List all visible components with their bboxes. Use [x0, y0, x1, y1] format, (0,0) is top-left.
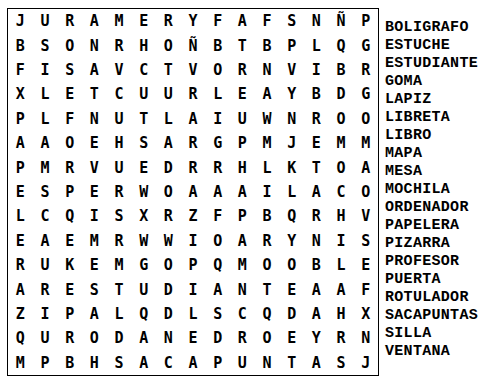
grid-cell-r14c2[interactable]: U [33, 326, 58, 350]
word-list-item: LIBRETA [385, 109, 478, 127]
grid-cell-r3c15[interactable]: R [353, 58, 378, 82]
grid-cell-r6c7[interactable]: A [156, 131, 181, 155]
grid-cell-r14c3[interactable]: R [57, 326, 82, 350]
grid-cell-r13c12[interactable]: D [279, 302, 304, 326]
grid-cell-r14c8[interactable]: E [181, 326, 206, 350]
grid-cell-r2c3[interactable]: O [57, 33, 82, 57]
word-list-item: MESA [385, 163, 478, 181]
word-list-item: ESTUDIANTE [385, 55, 478, 73]
grid-cell-r2c12[interactable]: P [279, 33, 304, 57]
grid-cell-r1c1[interactable]: J [8, 9, 33, 33]
grid-cell-r5c2[interactable]: L [33, 107, 58, 131]
grid-cell-r4c9[interactable]: L [205, 82, 230, 106]
grid-cell-r10c9[interactable]: O [205, 229, 230, 253]
grid-cell-r12c5[interactable]: T [107, 277, 132, 301]
grid-cell-r14c10[interactable]: R [230, 326, 255, 350]
grid-cell-r8c6[interactable]: W [131, 180, 156, 204]
grid-cell-r7c5[interactable]: U [107, 155, 132, 179]
grid-cell-r6c11[interactable]: M [255, 131, 280, 155]
grid-cell-r12c8[interactable]: I [181, 277, 206, 301]
grid-cell-r7c14[interactable]: O [329, 155, 354, 179]
grid-cell-r4c5[interactable]: C [107, 82, 132, 106]
word-list-item: LIBRO [385, 127, 478, 145]
grid-cell-r2c14[interactable]: Q [329, 33, 354, 57]
grid-cell-r3c6[interactable]: C [131, 58, 156, 82]
grid-cell-r4c7[interactable]: U [156, 82, 181, 106]
grid-cell-r13c10[interactable]: C [230, 302, 255, 326]
grid-cell-r6c6[interactable]: S [131, 131, 156, 155]
grid-cell-r14c9[interactable]: D [205, 326, 230, 350]
grid-cell-r15c10[interactable]: U [230, 351, 255, 375]
grid-cell-r6c8[interactable]: R [181, 131, 206, 155]
grid-cell-r1c14[interactable]: Ñ [329, 9, 354, 33]
grid-cell-r8c10[interactable]: A [230, 180, 255, 204]
grid-cell-r3c5[interactable]: V [107, 58, 132, 82]
grid-cell-r14c5[interactable]: D [107, 326, 132, 350]
grid-cell-r13c2[interactable]: I [33, 302, 58, 326]
grid-cell-r10c1[interactable]: E [8, 229, 33, 253]
grid-cell-r9c5[interactable]: S [107, 204, 132, 228]
grid-cell-r2c2[interactable]: S [33, 33, 58, 57]
grid-cell-r13c1[interactable]: Z [8, 302, 33, 326]
word-list: BOLIGRAFOESTUCHEESTUDIANTEGOMALAPIZLIBRE… [385, 19, 478, 361]
grid-cell-r9c12[interactable]: Q [279, 204, 304, 228]
grid-cell-r13c11[interactable]: Q [255, 302, 280, 326]
grid-cell-r9c14[interactable]: H [329, 204, 354, 228]
grid-cell-r2c15[interactable]: G [353, 33, 378, 57]
grid-cell-r3c7[interactable]: T [156, 58, 181, 82]
word-list-item: LAPIZ [385, 91, 478, 109]
grid-cell-r2c4[interactable]: N [82, 33, 107, 57]
grid-cell-r11c6[interactable]: G [131, 253, 156, 277]
grid-cell-r3c10[interactable]: R [230, 58, 255, 82]
grid-cell-r11c9[interactable]: Q [205, 253, 230, 277]
grid-cell-r5c11[interactable]: W [255, 107, 280, 131]
grid-cell-r3c14[interactable]: B [329, 58, 354, 82]
grid-cell-r10c12[interactable]: Y [279, 229, 304, 253]
grid-cell-r12c7[interactable]: D [156, 277, 181, 301]
grid-cell-r1c10[interactable]: A [230, 9, 255, 33]
grid-cell-r8c11[interactable]: I [255, 180, 280, 204]
grid-cell-r11c12[interactable]: O [279, 253, 304, 277]
grid-cell-r13c14[interactable]: H [329, 302, 354, 326]
word-list-item: SILLA [385, 325, 478, 343]
grid-cell-r2c5[interactable]: R [107, 33, 132, 57]
word-list-item: PAPELERA [385, 217, 478, 235]
grid-cell-r10c3[interactable]: E [57, 229, 82, 253]
grid-cell-r12c4[interactable]: S [82, 277, 107, 301]
word-list-item: VENTANA [385, 343, 478, 361]
grid-cell-r9c15[interactable]: V [353, 204, 378, 228]
grid-cell-r5c4[interactable]: N [82, 107, 107, 131]
grid-cell-r8c2[interactable]: S [33, 180, 58, 204]
grid-cell-r13c15[interactable]: X [353, 302, 378, 326]
grid-cell-r14c6[interactable]: A [131, 326, 156, 350]
grid-cell-r9c3[interactable]: Q [57, 204, 82, 228]
word-list-item: ORDENADOR [385, 199, 478, 217]
word-list-item: PROFESOR [385, 253, 478, 271]
grid-cell-r13c6[interactable]: Q [131, 302, 156, 326]
grid-cell-r5c8[interactable]: A [181, 107, 206, 131]
grid-cell-r1c3[interactable]: R [57, 9, 82, 33]
grid-cell-r8c15[interactable]: O [353, 180, 378, 204]
grid-cell-r6c4[interactable]: E [82, 131, 107, 155]
grid-cell-r10c14[interactable]: I [329, 229, 354, 253]
grid-cell-r7c4[interactable]: V [82, 155, 107, 179]
grid-cell-r12c1[interactable]: A [8, 277, 33, 301]
grid-cell-r8c13[interactable]: A [304, 180, 329, 204]
grid-cell-r9c11[interactable]: B [255, 204, 280, 228]
grid-cell-r2c13[interactable]: L [304, 33, 329, 57]
grid-cell-r10c5[interactable]: R [107, 229, 132, 253]
word-list-item: GOMA [385, 73, 478, 91]
grid-cell-r5c12[interactable]: N [279, 107, 304, 131]
grid-cell-r7c2[interactable]: M [33, 155, 58, 179]
grid-cell-r3c11[interactable]: N [255, 58, 280, 82]
grid-cell-r7c8[interactable]: R [181, 155, 206, 179]
grid-cell-r1c8[interactable]: Y [181, 9, 206, 33]
grid-cell-r11c15[interactable]: E [353, 253, 378, 277]
grid-cell-r6c10[interactable]: P [230, 131, 255, 155]
grid-cell-r12c6[interactable]: U [131, 277, 156, 301]
grid-cell-r8c14[interactable]: C [329, 180, 354, 204]
grid-cell-r12c15[interactable]: F [353, 277, 378, 301]
grid-cell-r5c15[interactable]: O [353, 107, 378, 131]
grid-cell-r6c2[interactable]: A [33, 131, 58, 155]
grid-cell-r7c12[interactable]: K [279, 155, 304, 179]
grid-cell-r2c8[interactable]: Ñ [181, 33, 206, 57]
grid-cell-r15c14[interactable]: S [329, 351, 354, 375]
grid-cell-r13c8[interactable]: L [181, 302, 206, 326]
word-list-item: SACAPUNTAS [385, 307, 478, 325]
grid-cell-r5c10[interactable]: U [230, 107, 255, 131]
grid-cell-r14c1[interactable]: Q [8, 326, 33, 350]
grid-cell-r5c7[interactable]: L [156, 107, 181, 131]
grid-cell-r10c7[interactable]: W [156, 229, 181, 253]
grid-cell-r5c13[interactable]: R [304, 107, 329, 131]
grid-cell-r11c7[interactable]: O [156, 253, 181, 277]
grid-cell-r1c5[interactable]: M [107, 9, 132, 33]
grid-cell-r6c5[interactable]: H [107, 131, 132, 155]
grid-cell-r15c1[interactable]: M [8, 351, 33, 375]
grid-cell-r12c9[interactable]: A [205, 277, 230, 301]
grid-cell-r11c10[interactable]: M [230, 253, 255, 277]
grid-cell-r8c12[interactable]: L [279, 180, 304, 204]
grid-cell-r2c6[interactable]: H [131, 33, 156, 57]
grid-cell-r5c1[interactable]: P [8, 107, 33, 131]
grid-cell-r15c5[interactable]: S [107, 351, 132, 375]
grid-cell-r15c7[interactable]: C [156, 351, 181, 375]
grid-cell-r8c8[interactable]: A [181, 180, 206, 204]
grid-cell-r4c1[interactable]: X [8, 82, 33, 106]
grid-cell-r7c15[interactable]: A [353, 155, 378, 179]
grid-cell-r2c7[interactable]: O [156, 33, 181, 57]
grid-cell-r10c4[interactable]: M [82, 229, 107, 253]
grid-cell-r13c9[interactable]: S [205, 302, 230, 326]
grid-cell-r9c7[interactable]: R [156, 204, 181, 228]
grid-cell-r4c3[interactable]: E [57, 82, 82, 106]
grid-cell-r15c13[interactable]: A [304, 351, 329, 375]
grid-cell-r15c6[interactable]: A [131, 351, 156, 375]
grid-cell-r11c1[interactable]: R [8, 253, 33, 277]
grid-cell-r4c4[interactable]: T [82, 82, 107, 106]
grid-cell-r10c2[interactable]: A [33, 229, 58, 253]
word-list-item: MAPA [385, 145, 478, 163]
word-list-item: PUERTA [385, 271, 478, 289]
grid-cell-r10c15[interactable]: S [353, 229, 378, 253]
grid-cell-r11c8[interactable]: P [181, 253, 206, 277]
grid-cell-r3c8[interactable]: V [181, 58, 206, 82]
word-list-item: ROTULADOR [385, 289, 478, 307]
grid-cell-r3c3[interactable]: S [57, 58, 82, 82]
grid-cell-r1c13[interactable]: N [304, 9, 329, 33]
grid-cell-r4c8[interactable]: R [181, 82, 206, 106]
grid-cell-r15c9[interactable]: P [205, 351, 230, 375]
grid-cell-r13c7[interactable]: D [156, 302, 181, 326]
grid-cell-r1c2[interactable]: U [33, 9, 58, 33]
grid-cell-r14c13[interactable]: Y [304, 326, 329, 350]
grid-cell-r6c14[interactable]: M [329, 131, 354, 155]
grid-cell-r12c14[interactable]: A [329, 277, 354, 301]
grid-cell-r11c4[interactable]: E [82, 253, 107, 277]
grid-cell-r5c6[interactable]: T [131, 107, 156, 131]
grid-cell-r4c2[interactable]: L [33, 82, 58, 106]
grid-cell-r2c9[interactable]: B [205, 33, 230, 57]
grid-cell-r14c14[interactable]: R [329, 326, 354, 350]
grid-cell-r9c8[interactable]: Z [181, 204, 206, 228]
grid-cell-r11c14[interactable]: L [329, 253, 354, 277]
grid-cell-r9c13[interactable]: R [304, 204, 329, 228]
grid-cell-r4c15[interactable]: G [353, 82, 378, 106]
grid-cell-r15c4[interactable]: H [82, 351, 107, 375]
grid-cell-r11c13[interactable]: B [304, 253, 329, 277]
grid-cell-r3c9[interactable]: O [205, 58, 230, 82]
grid-cell-r11c2[interactable]: U [33, 253, 58, 277]
grid-cell-r13c3[interactable]: P [57, 302, 82, 326]
grid-cell-r15c2[interactable]: P [33, 351, 58, 375]
grid-cell-r12c12[interactable]: E [279, 277, 304, 301]
grid-cell-r10c11[interactable]: R [255, 229, 280, 253]
grid-cell-r3c13[interactable]: I [304, 58, 329, 82]
grid-cell-r14c7[interactable]: N [156, 326, 181, 350]
grid-cell-r15c3[interactable]: B [57, 351, 82, 375]
grid-cell-r4c14[interactable]: D [329, 82, 354, 106]
grid-cell-r8c9[interactable]: A [205, 180, 230, 204]
grid-cell-r15c15[interactable]: J [353, 351, 378, 375]
grid-cell-r15c12[interactable]: T [279, 351, 304, 375]
grid-cell-r1c4[interactable]: A [82, 9, 107, 33]
grid-cell-r6c12[interactable]: J [279, 131, 304, 155]
grid-cell-r12c3[interactable]: E [57, 277, 82, 301]
grid-cell-r4c11[interactable]: A [255, 82, 280, 106]
grid-cell-r7c3[interactable]: R [57, 155, 82, 179]
grid-cell-r9c1[interactable]: L [8, 204, 33, 228]
word-list-item: PIZARRA [385, 235, 478, 253]
grid-cell-r4c10[interactable]: E [230, 82, 255, 106]
grid-cell-r13c4[interactable]: A [82, 302, 107, 326]
grid-cell-r7c1[interactable]: P [8, 155, 33, 179]
grid-cell-r6c3[interactable]: O [57, 131, 82, 155]
grid-cell-r5c3[interactable]: F [57, 107, 82, 131]
grid-cell-r7c7[interactable]: D [156, 155, 181, 179]
grid-cell-r12c11[interactable]: T [255, 277, 280, 301]
grid-cell-r14c15[interactable]: N [353, 326, 378, 350]
grid-cell-r3c1[interactable]: F [8, 58, 33, 82]
grid-cell-r9c9[interactable]: F [205, 204, 230, 228]
grid-cell-r8c3[interactable]: P [57, 180, 82, 204]
grid-cell-r7c9[interactable]: R [205, 155, 230, 179]
grid-cell-r12c10[interactable]: N [230, 277, 255, 301]
grid-cell-r14c4[interactable]: O [82, 326, 107, 350]
grid-cell-r2c11[interactable]: B [255, 33, 280, 57]
grid-cell-r12c13[interactable]: A [304, 277, 329, 301]
wordsearch-grid: JURAMERYFAFSNÑPBSONRHOÑBTBPLQGFISAVCTVOR… [7, 8, 379, 376]
grid-cell-r6c15[interactable]: M [353, 131, 378, 155]
grid-cell-r15c8[interactable]: A [181, 351, 206, 375]
grid-cell-r9c4[interactable]: I [82, 204, 107, 228]
grid-cell-r9c10[interactable]: P [230, 204, 255, 228]
grid-cell-r14c12[interactable]: E [279, 326, 304, 350]
grid-cell-r3c4[interactable]: A [82, 58, 107, 82]
grid-cell-r3c12[interactable]: V [279, 58, 304, 82]
grid-cell-r6c1[interactable]: A [8, 131, 33, 155]
grid-cell-r4c13[interactable]: B [304, 82, 329, 106]
word-list-item: ESTUCHE [385, 37, 478, 55]
grid-cell-r9c6[interactable]: X [131, 204, 156, 228]
grid-cell-r11c3[interactable]: K [57, 253, 82, 277]
grid-cell-r1c6[interactable]: E [131, 9, 156, 33]
grid-cell-r11c11[interactable]: O [255, 253, 280, 277]
grid-cell-r11c5[interactable]: M [107, 253, 132, 277]
grid-cell-r12c2[interactable]: R [33, 277, 58, 301]
grid-cell-r10c8[interactable]: I [181, 229, 206, 253]
grid-cell-r1c7[interactable]: R [156, 9, 181, 33]
grid-cell-r5c14[interactable]: O [329, 107, 354, 131]
grid-cell-r5c9[interactable]: I [205, 107, 230, 131]
grid-cell-r1c9[interactable]: F [205, 9, 230, 33]
grid-cell-r7c11[interactable]: L [255, 155, 280, 179]
grid-cell-r2c10[interactable]: T [230, 33, 255, 57]
grid-cell-r13c13[interactable]: A [304, 302, 329, 326]
grid-cell-r1c11[interactable]: F [255, 9, 280, 33]
grid-cell-r1c12[interactable]: S [279, 9, 304, 33]
grid-cell-r7c10[interactable]: H [230, 155, 255, 179]
grid-cell-r8c7[interactable]: O [156, 180, 181, 204]
grid-cell-r8c5[interactable]: R [107, 180, 132, 204]
grid-cell-r14c11[interactable]: O [255, 326, 280, 350]
grid-cell-r15c11[interactable]: N [255, 351, 280, 375]
grid-cell-r1c15[interactable]: P [353, 9, 378, 33]
grid-cell-r8c4[interactable]: E [82, 180, 107, 204]
wordsearch-page: JURAMERYFAFSNÑPBSONRHOÑBTBPLQGFISAVCTVOR… [0, 0, 496, 386]
grid-cell-r13c5[interactable]: L [107, 302, 132, 326]
grid-cell-r10c6[interactable]: W [131, 229, 156, 253]
grid-cell-r4c6[interactable]: U [131, 82, 156, 106]
grid-cell-r5c5[interactable]: U [107, 107, 132, 131]
grid-cell-r8c1[interactable]: E [8, 180, 33, 204]
grid-cell-r9c2[interactable]: C [33, 204, 58, 228]
grid-cell-r10c10[interactable]: A [230, 229, 255, 253]
word-list-item: MOCHILA [385, 181, 478, 199]
grid-cell-r2c1[interactable]: B [8, 33, 33, 57]
grid-cell-r7c13[interactable]: T [304, 155, 329, 179]
grid-cell-r6c9[interactable]: G [205, 131, 230, 155]
grid-cell-r7c6[interactable]: E [131, 155, 156, 179]
grid-cell-r6c13[interactable]: E [304, 131, 329, 155]
grid-cell-r3c2[interactable]: I [33, 58, 58, 82]
word-list-item: BOLIGRAFO [385, 19, 478, 37]
grid-cell-r4c12[interactable]: Y [279, 82, 304, 106]
grid-cell-r10c13[interactable]: N [304, 229, 329, 253]
